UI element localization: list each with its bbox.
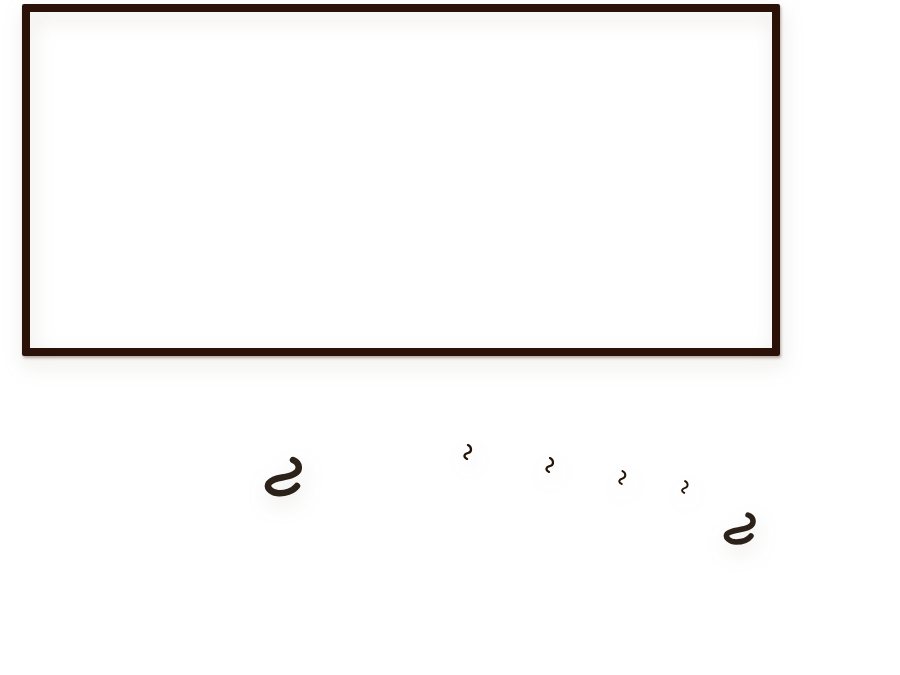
- photo-background: [0, 0, 900, 675]
- board-grid: [30, 12, 772, 348]
- hinge-hook-icon: [680, 480, 691, 494]
- front-clasp-right-icon: [718, 512, 762, 546]
- chess-board-box: [0, 0, 900, 675]
- hinge-hook-icon: [462, 444, 475, 460]
- hinge-hook-icon: [617, 470, 629, 485]
- front-clasp-left-icon: [259, 456, 309, 500]
- hinge-hook-icon: [544, 457, 557, 473]
